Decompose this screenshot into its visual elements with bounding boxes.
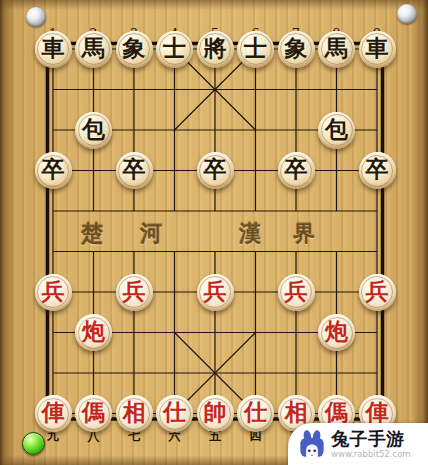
piece-red-帥[interactable]: 帥 [197, 395, 234, 432]
piece-red-相[interactable]: 相 [116, 395, 153, 432]
piece-black-車[interactable]: 車 [359, 31, 396, 68]
piece-glyph: 仕 [163, 401, 186, 424]
piece-grid: 車馬象士將士象馬車包包卒卒卒卒卒兵兵兵兵兵炮炮俥傌相仕帥仕相傌俥 [33, 29, 398, 434]
piece-red-兵[interactable]: 兵 [35, 274, 72, 311]
piece-black-將[interactable]: 將 [197, 31, 234, 68]
piece-glyph: 卒 [366, 158, 389, 181]
watermark-title: 兔子手游 [331, 430, 411, 449]
piece-black-士[interactable]: 士 [156, 31, 193, 68]
rabbit-logo-icon [297, 429, 327, 459]
piece-red-傌[interactable]: 傌 [75, 395, 112, 432]
piece-red-兵[interactable]: 兵 [359, 274, 396, 311]
piece-black-車[interactable]: 車 [35, 31, 72, 68]
piece-glyph: 馬 [82, 37, 105, 60]
piece-black-馬[interactable]: 馬 [318, 31, 355, 68]
piece-black-卒[interactable]: 卒 [359, 152, 396, 189]
green-led-button[interactable] [22, 432, 45, 455]
piece-glyph: 帥 [204, 401, 227, 424]
piece-black-卒[interactable]: 卒 [35, 152, 72, 189]
piece-glyph: 象 [123, 37, 146, 60]
piece-black-馬[interactable]: 馬 [75, 31, 112, 68]
piece-glyph: 兵 [366, 280, 389, 303]
watermark-url: www.rabbit52.com [331, 450, 411, 459]
piece-glyph: 傌 [325, 401, 348, 424]
piece-red-炮[interactable]: 炮 [318, 314, 355, 351]
piece-glyph: 相 [285, 401, 308, 424]
piece-black-士[interactable]: 士 [237, 31, 274, 68]
piece-black-包[interactable]: 包 [318, 112, 355, 149]
piece-glyph: 包 [325, 118, 348, 141]
piece-glyph: 卒 [42, 158, 65, 181]
piece-glyph: 兵 [42, 280, 65, 303]
piece-black-包[interactable]: 包 [75, 112, 112, 149]
piece-glyph: 兵 [123, 280, 146, 303]
piece-red-仕[interactable]: 仕 [237, 395, 274, 432]
watermark-text: 兔子手游 www.rabbit52.com [331, 430, 411, 458]
watermark-link[interactable]: 兔子手游 www.rabbit52.com [288, 423, 428, 465]
piece-glyph: 傌 [82, 401, 105, 424]
piece-glyph: 俥 [42, 401, 65, 424]
piece-glyph: 車 [366, 37, 389, 60]
xiangqi-board-window: 123456789 九八七六五四三二一 楚河 漢界 車馬象士將士象馬車包包卒卒卒… [0, 0, 428, 465]
piece-red-炮[interactable]: 炮 [75, 314, 112, 351]
piece-glyph: 卒 [285, 158, 308, 181]
piece-black-象[interactable]: 象 [278, 31, 315, 68]
piece-glyph: 炮 [325, 320, 348, 343]
piece-glyph: 象 [285, 37, 308, 60]
piece-red-兵[interactable]: 兵 [197, 274, 234, 311]
piece-glyph: 車 [42, 37, 65, 60]
piece-black-卒[interactable]: 卒 [278, 152, 315, 189]
piece-glyph: 兵 [204, 280, 227, 303]
piece-glyph: 將 [204, 37, 227, 60]
piece-glyph: 卒 [123, 158, 146, 181]
piece-glyph: 馬 [325, 37, 348, 60]
piece-glyph: 包 [82, 118, 105, 141]
screw-icon [397, 4, 417, 24]
piece-red-俥[interactable]: 俥 [35, 395, 72, 432]
piece-glyph: 仕 [244, 401, 267, 424]
piece-glyph: 士 [244, 37, 267, 60]
piece-glyph: 相 [123, 401, 146, 424]
piece-red-仕[interactable]: 仕 [156, 395, 193, 432]
piece-black-象[interactable]: 象 [116, 31, 153, 68]
screw-icon [26, 7, 46, 27]
piece-black-卒[interactable]: 卒 [116, 152, 153, 189]
piece-glyph: 士 [163, 37, 186, 60]
piece-red-兵[interactable]: 兵 [116, 274, 153, 311]
piece-glyph: 兵 [285, 280, 308, 303]
piece-glyph: 炮 [82, 320, 105, 343]
piece-red-兵[interactable]: 兵 [278, 274, 315, 311]
piece-glyph: 卒 [204, 158, 227, 181]
piece-black-卒[interactable]: 卒 [197, 152, 234, 189]
piece-glyph: 俥 [366, 401, 389, 424]
